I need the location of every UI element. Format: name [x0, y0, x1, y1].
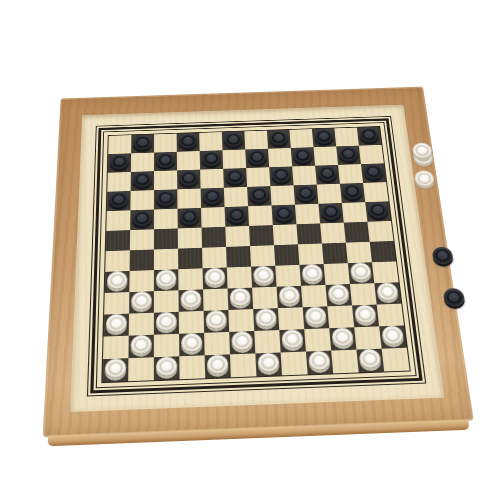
board-square[interactable]: [177, 208, 201, 229]
board-square[interactable]: [363, 182, 389, 202]
board-square[interactable]: [154, 290, 179, 312]
black-piece[interactable]: [367, 201, 388, 218]
board-square[interactable]: [129, 291, 154, 313]
black-piece[interactable]: [179, 170, 199, 186]
white-piece[interactable]: [205, 268, 226, 286]
board-square[interactable]: [130, 210, 154, 231]
board-square[interactable]: [225, 226, 250, 247]
board-square[interactable]: [154, 312, 179, 335]
board-square[interactable]: [228, 309, 254, 332]
white-piece[interactable]: [107, 271, 128, 289]
board-square[interactable]: [312, 128, 336, 147]
board-square[interactable]: [336, 146, 361, 165]
board-square[interactable]: [250, 245, 275, 266]
board-square[interactable]: [154, 134, 177, 153]
black-piece[interactable]: [179, 208, 199, 225]
black-piece[interactable]: [293, 147, 313, 163]
black-piece[interactable]: [224, 131, 244, 147]
board-frame: [43, 87, 474, 438]
board-square[interactable]: [370, 241, 396, 262]
board-square[interactable]: [104, 314, 129, 337]
board-square[interactable]: [102, 358, 128, 382]
board-square[interactable]: [299, 264, 325, 286]
board-square[interactable]: [357, 127, 382, 146]
board-square[interactable]: [200, 169, 224, 189]
board-square[interactable]: [348, 262, 374, 284]
board-square[interactable]: [359, 145, 384, 164]
board-grid: [101, 126, 411, 383]
board-square[interactable]: [205, 354, 231, 378]
board-square[interactable]: [274, 244, 299, 265]
board-square[interactable]: [272, 205, 297, 226]
board-square[interactable]: [338, 164, 363, 184]
board-square[interactable]: [346, 242, 372, 263]
white-piece[interactable]: [207, 354, 229, 374]
black-piece[interactable]: [226, 206, 246, 223]
board-square[interactable]: [317, 184, 342, 204]
black-piece[interactable]: [249, 186, 269, 203]
board-square[interactable]: [104, 292, 129, 314]
white-piece[interactable]: [350, 262, 372, 280]
white-piece[interactable]: [206, 310, 227, 329]
board-square[interactable]: [130, 229, 154, 250]
board-square[interactable]: [377, 304, 404, 327]
board-square[interactable]: [244, 131, 268, 150]
white-piece[interactable]: [231, 331, 253, 350]
black-piece[interactable]: [317, 165, 338, 181]
white-piece[interactable]: [281, 329, 303, 348]
board-square[interactable]: [154, 209, 178, 230]
white-piece[interactable]: [156, 312, 177, 331]
white-piece[interactable]: [331, 327, 354, 346]
rail-slot: [414, 170, 436, 186]
black-piece[interactable]: [314, 128, 334, 144]
board-square[interactable]: [249, 225, 274, 246]
board-square[interactable]: [350, 283, 377, 305]
board-square[interactable]: [361, 163, 386, 183]
white-piece[interactable]: [181, 289, 202, 308]
white-piece[interactable]: [305, 306, 327, 325]
board-square[interactable]: [251, 266, 277, 288]
white-piece[interactable]: [327, 284, 349, 303]
white-piece[interactable]: [106, 314, 127, 333]
board-square[interactable]: [367, 221, 393, 242]
board-square[interactable]: [227, 267, 252, 289]
board-square[interactable]: [177, 170, 201, 190]
board-surface: [70, 105, 444, 412]
board-square[interactable]: [105, 271, 130, 293]
board-square[interactable]: [107, 172, 131, 192]
board-square[interactable]: [177, 133, 200, 152]
white-piece[interactable]: [376, 282, 399, 301]
board-square[interactable]: [248, 205, 273, 226]
board-square[interactable]: [204, 332, 230, 355]
white-piece[interactable]: [308, 351, 331, 371]
white-piece[interactable]: [181, 333, 202, 352]
white-piece[interactable]: [354, 305, 377, 324]
board-square[interactable]: [203, 267, 228, 289]
board-square[interactable]: [365, 201, 391, 221]
board-square[interactable]: [270, 185, 295, 205]
board-square[interactable]: [222, 149, 246, 168]
board-square[interactable]: [318, 203, 343, 223]
white-piece[interactable]: [156, 356, 177, 376]
black-piece[interactable]: [133, 171, 152, 187]
black-piece[interactable]: [247, 149, 267, 165]
board-square[interactable]: [298, 244, 324, 265]
board-square[interactable]: [356, 349, 384, 373]
white-piece[interactable]: [257, 353, 279, 373]
board-square[interactable]: [131, 171, 154, 191]
board-square[interactable]: [315, 165, 340, 185]
board-square[interactable]: [275, 265, 301, 287]
black-piece[interactable]: [156, 152, 175, 168]
board-square[interactable]: [106, 230, 130, 251]
board-square[interactable]: [131, 153, 154, 172]
white-piece[interactable]: [156, 269, 176, 287]
board-square[interactable]: [178, 228, 202, 249]
board-square[interactable]: [306, 351, 333, 375]
product-photo: [0, 0, 500, 500]
board-square[interactable]: [324, 263, 350, 285]
board-square[interactable]: [296, 223, 321, 244]
board-square[interactable]: [107, 191, 131, 211]
board-square[interactable]: [252, 287, 278, 309]
rail-slot: [431, 247, 454, 265]
board-square[interactable]: [154, 152, 177, 171]
board-square[interactable]: [129, 270, 154, 292]
black-piece-spare[interactable]: [442, 288, 465, 307]
white-piece[interactable]: [301, 264, 323, 282]
board-square[interactable]: [178, 248, 203, 269]
board-square[interactable]: [179, 333, 205, 356]
board-square[interactable]: [374, 282, 401, 304]
board-square[interactable]: [108, 153, 131, 172]
board-square[interactable]: [202, 247, 227, 268]
board-square[interactable]: [154, 170, 177, 190]
board-square[interactable]: [199, 132, 222, 151]
white-piece[interactable]: [279, 286, 301, 305]
board-square[interactable]: [222, 131, 245, 150]
rail-slot: [412, 149, 433, 165]
board-square[interactable]: [352, 305, 379, 328]
black-piece[interactable]: [133, 134, 152, 150]
board-square[interactable]: [200, 150, 223, 169]
board-square[interactable]: [301, 285, 327, 307]
black-piece[interactable]: [202, 188, 222, 205]
board-square[interactable]: [154, 249, 178, 270]
board-square[interactable]: [154, 269, 179, 291]
board-square[interactable]: [268, 148, 292, 167]
board-square[interactable]: [202, 227, 227, 248]
board-square[interactable]: [106, 210, 130, 231]
white-piece[interactable]: [131, 291, 152, 310]
board-square[interactable]: [179, 355, 205, 379]
white-piece-spare[interactable]: [414, 170, 436, 186]
board-tilt-wrapper: [43, 87, 474, 438]
black-piece[interactable]: [156, 189, 176, 206]
rail-slot: [442, 288, 465, 307]
white-piece[interactable]: [381, 326, 404, 345]
black-piece[interactable]: [295, 185, 316, 202]
board-square[interactable]: [201, 188, 225, 208]
board-square[interactable]: [154, 334, 179, 357]
board-square[interactable]: [130, 190, 154, 210]
board-square[interactable]: [254, 330, 280, 353]
board-square[interactable]: [229, 331, 255, 354]
board-square[interactable]: [331, 350, 359, 374]
board-square[interactable]: [277, 286, 303, 308]
board-square[interactable]: [224, 187, 248, 207]
board-square[interactable]: [245, 149, 269, 168]
board-square[interactable]: [177, 189, 201, 209]
black-piece[interactable]: [320, 203, 341, 220]
board-square[interactable]: [246, 167, 270, 187]
border-pinstripe-inner: [96, 122, 417, 388]
board-square[interactable]: [228, 288, 254, 310]
board-square[interactable]: [201, 207, 225, 228]
board-square[interactable]: [178, 268, 203, 290]
board-square[interactable]: [379, 325, 407, 348]
black-piece[interactable]: [110, 153, 129, 169]
white-piece[interactable]: [255, 308, 277, 327]
board-square[interactable]: [154, 228, 178, 249]
board-square[interactable]: [304, 328, 331, 351]
board-square[interactable]: [103, 336, 129, 359]
board-square[interactable]: [177, 151, 200, 170]
board-square[interactable]: [204, 310, 230, 333]
board-square[interactable]: [253, 308, 279, 331]
board-square[interactable]: [105, 250, 130, 272]
board-square[interactable]: [154, 189, 178, 209]
board-square[interactable]: [334, 128, 358, 147]
board-square[interactable]: [281, 352, 308, 376]
board-square[interactable]: [255, 352, 282, 376]
board-square[interactable]: [329, 327, 356, 350]
board-square[interactable]: [154, 356, 180, 380]
board-square[interactable]: [354, 326, 381, 349]
white-piece[interactable]: [105, 358, 127, 378]
board-square[interactable]: [269, 166, 293, 186]
board-square[interactable]: [225, 206, 249, 227]
board-square[interactable]: [342, 202, 368, 222]
board-square[interactable]: [313, 146, 338, 165]
black-piece-spare[interactable]: [431, 247, 454, 265]
board-square[interactable]: [131, 134, 154, 153]
board-square[interactable]: [294, 185, 319, 205]
black-piece[interactable]: [178, 133, 197, 149]
black-piece[interactable]: [342, 183, 363, 200]
board-square[interactable]: [382, 348, 410, 372]
board-square[interactable]: [278, 307, 304, 330]
board-square[interactable]: [320, 223, 346, 244]
board-square[interactable]: [303, 306, 330, 329]
black-piece[interactable]: [271, 167, 291, 183]
board-square[interactable]: [108, 135, 131, 154]
black-piece[interactable]: [273, 205, 294, 222]
board-square[interactable]: [128, 357, 154, 381]
white-piece[interactable]: [358, 349, 381, 369]
black-piece[interactable]: [363, 163, 384, 179]
white-piece[interactable]: [131, 335, 152, 355]
black-piece[interactable]: [132, 210, 152, 227]
board-square[interactable]: [322, 243, 348, 264]
board-square[interactable]: [327, 305, 354, 328]
board-square[interactable]: [230, 353, 256, 377]
board-square[interactable]: [178, 289, 203, 311]
black-piece[interactable]: [269, 130, 289, 146]
board-square[interactable]: [292, 166, 317, 186]
board-square[interactable]: [372, 261, 399, 283]
board-square[interactable]: [129, 313, 154, 336]
board-square[interactable]: [267, 130, 291, 149]
board-square[interactable]: [273, 224, 298, 245]
board-square[interactable]: [289, 129, 313, 148]
board-square[interactable]: [291, 147, 315, 166]
board-square[interactable]: [247, 186, 271, 206]
board-square[interactable]: [279, 329, 306, 352]
board-square[interactable]: [226, 246, 251, 267]
board-square[interactable]: [325, 284, 352, 306]
black-piece[interactable]: [202, 150, 222, 166]
board-square[interactable]: [128, 335, 153, 358]
board-square[interactable]: [223, 168, 247, 188]
white-piece[interactable]: [253, 266, 274, 284]
black-piece[interactable]: [338, 146, 359, 162]
white-piece[interactable]: [230, 288, 251, 307]
board-square[interactable]: [344, 222, 370, 243]
black-piece[interactable]: [225, 168, 245, 184]
border-pinstripe-outer: [87, 116, 426, 396]
board-square[interactable]: [130, 249, 154, 271]
black-piece[interactable]: [359, 127, 380, 143]
board-square[interactable]: [295, 204, 320, 224]
board-square[interactable]: [203, 289, 228, 311]
board-square[interactable]: [340, 183, 365, 203]
border-pinstripe-thick: [90, 118, 422, 393]
board-square[interactable]: [179, 311, 204, 334]
black-piece[interactable]: [109, 191, 129, 208]
